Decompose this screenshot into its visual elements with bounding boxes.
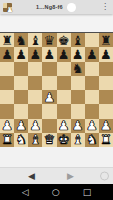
- square-d3[interactable]: [42, 104, 56, 118]
- black-pawn: ♟: [1, 48, 13, 61]
- timer-icon: [100, 172, 109, 181]
- square-f5[interactable]: [71, 76, 85, 90]
- square-d5[interactable]: [42, 76, 56, 90]
- square-g1[interactable]: ♞: [85, 133, 99, 147]
- square-e2[interactable]: ♟: [57, 119, 71, 133]
- square-g8[interactable]: [85, 33, 99, 47]
- square-g5[interactable]: [85, 76, 99, 90]
- black-rook: ♜: [100, 34, 112, 47]
- square-f2[interactable]: ♟: [71, 119, 85, 133]
- back-button-icon[interactable]: ◁: [22, 188, 29, 197]
- square-a6[interactable]: [0, 62, 14, 76]
- black-king: ♚: [58, 34, 70, 47]
- square-h8[interactable]: ♜: [99, 33, 113, 47]
- square-g2[interactable]: ♟: [85, 119, 99, 133]
- square-f6[interactable]: ♞: [71, 62, 85, 76]
- square-b1[interactable]: ♞: [14, 133, 28, 147]
- square-c3[interactable]: [28, 104, 42, 118]
- white-pawn: ♟: [58, 119, 70, 132]
- black-pawn: ♟: [100, 48, 112, 61]
- home-button-icon[interactable]: ○: [52, 188, 60, 197]
- black-pawn: ♟: [29, 48, 41, 61]
- square-e7[interactable]: ♟: [57, 47, 71, 61]
- black-rook: ♜: [1, 34, 13, 47]
- square-d7[interactable]: ♟: [42, 47, 56, 61]
- square-e3[interactable]: [57, 104, 71, 118]
- square-h5[interactable]: [99, 76, 113, 90]
- square-c2[interactable]: ♟: [28, 119, 42, 133]
- square-b5[interactable]: [14, 76, 28, 90]
- last-move-label: 1...Ng8-f6: [36, 4, 63, 10]
- white-knight: ♞: [15, 133, 27, 146]
- square-c1[interactable]: ♝: [28, 133, 42, 147]
- square-e4[interactable]: [57, 90, 71, 104]
- square-g4[interactable]: [85, 90, 99, 104]
- chess-app-icon: ♟: [3, 3, 12, 12]
- board-bottom-spacer: [0, 147, 113, 167]
- square-e8[interactable]: ♚: [57, 33, 71, 47]
- square-a2[interactable]: ♟: [0, 119, 14, 133]
- next-move-button[interactable]: ▶: [67, 172, 74, 181]
- square-e1[interactable]: ♚: [57, 133, 71, 147]
- white-pawn: ♟: [29, 119, 41, 132]
- turn-indicator: [67, 3, 76, 12]
- white-queen: ♛: [44, 133, 56, 146]
- square-c6[interactable]: [28, 62, 42, 76]
- square-h3[interactable]: [99, 104, 113, 118]
- square-e6[interactable]: [57, 62, 71, 76]
- white-king: ♚: [58, 133, 70, 146]
- square-b7[interactable]: ♟: [14, 47, 28, 61]
- white-pawn: ♟: [86, 119, 98, 132]
- square-c5[interactable]: [28, 76, 42, 90]
- square-h6[interactable]: [99, 62, 113, 76]
- black-pawn: ♟: [86, 48, 98, 61]
- black-pawn: ♟: [44, 48, 56, 61]
- black-bishop: ♝: [29, 34, 41, 47]
- white-rook: ♜: [1, 133, 13, 146]
- square-f4[interactable]: [71, 90, 85, 104]
- square-g7[interactable]: ♟: [85, 47, 99, 61]
- square-a8[interactable]: ♜: [0, 33, 14, 47]
- title-bar: ♟ 1...Ng8-f6 ⋮: [0, 0, 113, 14]
- move-toolbar: ◀ ▶: [0, 167, 113, 184]
- square-c7[interactable]: ♟: [28, 47, 42, 61]
- square-e5[interactable]: [57, 76, 71, 90]
- square-a4[interactable]: [0, 90, 14, 104]
- square-h4[interactable]: [99, 90, 113, 104]
- square-h2[interactable]: ♟: [99, 119, 113, 133]
- square-b4[interactable]: [14, 90, 28, 104]
- square-d8[interactable]: ♛: [42, 33, 56, 47]
- white-pawn: ♟: [1, 119, 13, 132]
- white-pawn: ♟: [100, 119, 112, 132]
- square-a7[interactable]: ♟: [0, 47, 14, 61]
- white-bishop: ♝: [72, 133, 84, 146]
- square-f1[interactable]: ♝: [71, 133, 85, 147]
- white-knight: ♞: [86, 133, 98, 146]
- square-f8[interactable]: ♝: [71, 33, 85, 47]
- recents-button-icon[interactable]: □: [83, 188, 92, 197]
- square-b3[interactable]: [14, 104, 28, 118]
- square-d6[interactable]: [42, 62, 56, 76]
- square-c4[interactable]: [28, 90, 42, 104]
- black-pawn: ♟: [58, 48, 70, 61]
- black-knight: ♞: [15, 34, 27, 47]
- square-f3[interactable]: [71, 104, 85, 118]
- square-a1[interactable]: ♜: [0, 133, 14, 147]
- black-pawn: ♟: [15, 48, 27, 61]
- previous-move-button[interactable]: ◀: [28, 172, 35, 181]
- board-top-spacer: [0, 14, 113, 32]
- square-h1[interactable]: ♜: [99, 133, 113, 147]
- overflow-menu-icon[interactable]: ⋮: [100, 3, 110, 11]
- square-h7[interactable]: ♟: [99, 47, 113, 61]
- chess-app-screen: ♟ 1...Ng8-f6 ⋮ ♜♞♝♛♚♝♜♟♟♟♟♟♟♟♟♞♟♟♟♟♟♟♟♟♜…: [0, 0, 113, 200]
- square-a5[interactable]: [0, 76, 14, 90]
- square-g6[interactable]: [85, 62, 99, 76]
- pawn-icon: ♟: [7, 7, 13, 14]
- square-d2[interactable]: [42, 119, 56, 133]
- square-d1[interactable]: ♛: [42, 133, 56, 147]
- square-a3[interactable]: [0, 104, 14, 118]
- android-nav-bar: ◁ ○ □: [0, 184, 113, 200]
- white-pawn: ♟: [72, 119, 84, 132]
- white-rook: ♜: [100, 133, 112, 146]
- square-d4[interactable]: ♟: [42, 90, 56, 104]
- square-f7[interactable]: ♟: [71, 47, 85, 61]
- chess-board: ♜♞♝♛♚♝♜♟♟♟♟♟♟♟♟♞♟♟♟♟♟♟♟♟♜♞♝♛♚♝♞♜: [0, 32, 113, 147]
- black-knight: ♞: [72, 62, 84, 75]
- white-bishop: ♝: [29, 133, 41, 146]
- square-g3[interactable]: [85, 104, 99, 118]
- black-bishop: ♝: [72, 34, 84, 47]
- white-pawn: ♟: [15, 119, 27, 132]
- black-queen: ♛: [44, 34, 56, 47]
- square-c8[interactable]: ♝: [28, 33, 42, 47]
- square-b2[interactable]: ♟: [14, 119, 28, 133]
- square-b8[interactable]: ♞: [14, 33, 28, 47]
- white-pawn: ♟: [44, 91, 56, 104]
- square-b6[interactable]: [14, 62, 28, 76]
- black-pawn: ♟: [72, 48, 84, 61]
